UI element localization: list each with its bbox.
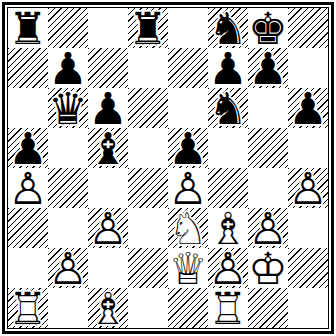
square-f2[interactable]: ♟♙ [208, 248, 248, 288]
square-a7[interactable] [8, 48, 48, 88]
square-h4[interactable]: ♟♙ [288, 168, 328, 208]
square-h5[interactable] [288, 128, 328, 168]
white-bishop-icon: ♗ [88, 289, 128, 329]
white-pawn-icon: ♙ [8, 169, 48, 209]
square-a6[interactable] [8, 88, 48, 128]
square-a3[interactable] [8, 208, 48, 248]
black-pawn-icon: ♟ [288, 89, 328, 129]
black-pawn-icon: ♟ [248, 49, 288, 89]
white-rook-icon: ♖ [8, 289, 48, 329]
square-e4[interactable]: ♟♙ [168, 168, 208, 208]
square-b5[interactable] [48, 128, 88, 168]
square-c4[interactable] [88, 168, 128, 208]
square-f7[interactable]: ♟♟ [208, 48, 248, 88]
square-g7[interactable]: ♟♟ [248, 48, 288, 88]
square-g2[interactable]: ♚♔ [248, 248, 288, 288]
square-e3[interactable]: ♞♘ [168, 208, 208, 248]
piece-white-bishop[interactable]: ♝♗ [88, 289, 128, 329]
square-g5[interactable] [248, 128, 288, 168]
black-queen-icon: ♛ [48, 89, 88, 129]
piece-white-queen[interactable]: ♛♕ [168, 249, 208, 289]
square-b1[interactable] [48, 288, 88, 328]
square-c1[interactable]: ♝♗ [88, 288, 128, 328]
square-b8[interactable] [48, 8, 88, 48]
square-d2[interactable] [128, 248, 168, 288]
square-e6[interactable] [168, 88, 208, 128]
square-c7[interactable] [88, 48, 128, 88]
square-d1[interactable] [128, 288, 168, 328]
chess-diagram: ♜♜♜♜♞♞♚♚♟♟♟♟♟♟♛♛♟♟♞♞♟♟♟♟♝♝♟♟♟♙♟♙♟♙♟♙♞♘♝♗… [0, 0, 336, 336]
square-d3[interactable] [128, 208, 168, 248]
white-queen-icon: ♕ [168, 249, 208, 289]
square-d4[interactable] [128, 168, 168, 208]
white-pawn-icon: ♙ [88, 209, 128, 249]
square-c5[interactable]: ♝♝ [88, 128, 128, 168]
square-e5[interactable]: ♟♟ [168, 128, 208, 168]
square-h6[interactable]: ♟♟ [288, 88, 328, 128]
square-a8[interactable]: ♜♜ [8, 8, 48, 48]
square-f3[interactable]: ♝♗ [208, 208, 248, 248]
square-b3[interactable] [48, 208, 88, 248]
square-c2[interactable] [88, 248, 128, 288]
piece-black-rook[interactable]: ♜♜ [128, 9, 168, 49]
piece-white-pawn[interactable]: ♟♙ [48, 249, 88, 289]
square-g4[interactable] [248, 168, 288, 208]
square-h8[interactable] [288, 8, 328, 48]
square-d6[interactable] [128, 88, 168, 128]
square-a5[interactable]: ♟♟ [8, 128, 48, 168]
square-b7[interactable]: ♟♟ [48, 48, 88, 88]
square-g3[interactable]: ♟♙ [248, 208, 288, 248]
piece-black-rook[interactable]: ♜♜ [8, 9, 48, 49]
square-d8[interactable]: ♜♜ [128, 8, 168, 48]
white-pawn-icon: ♙ [288, 169, 328, 209]
square-f5[interactable] [208, 128, 248, 168]
square-b6[interactable]: ♛♛ [48, 88, 88, 128]
white-pawn-icon: ♙ [48, 249, 88, 289]
square-f1[interactable]: ♜♖ [208, 288, 248, 328]
piece-black-bishop[interactable]: ♝♝ [88, 129, 128, 169]
square-a1[interactable]: ♜♖ [8, 288, 48, 328]
square-g1[interactable] [248, 288, 288, 328]
piece-black-queen[interactable]: ♛♛ [48, 89, 88, 129]
square-b4[interactable] [48, 168, 88, 208]
square-g6[interactable] [248, 88, 288, 128]
square-c6[interactable]: ♟♟ [88, 88, 128, 128]
white-rook-icon: ♖ [208, 289, 248, 329]
square-a2[interactable] [8, 248, 48, 288]
piece-white-pawn[interactable]: ♟♙ [88, 209, 128, 249]
square-f6[interactable]: ♞♞ [208, 88, 248, 128]
square-a4[interactable]: ♟♙ [8, 168, 48, 208]
piece-black-knight[interactable]: ♞♞ [208, 89, 248, 129]
board-frame: ♜♜♜♜♞♞♚♚♟♟♟♟♟♟♛♛♟♟♞♞♟♟♟♟♝♝♟♟♟♙♟♙♟♙♟♙♞♘♝♗… [2, 2, 334, 334]
piece-white-king[interactable]: ♚♔ [248, 249, 288, 289]
chess-board: ♜♜♜♜♞♞♚♚♟♟♟♟♟♟♛♛♟♟♞♞♟♟♟♟♝♝♟♟♟♙♟♙♟♙♟♙♞♘♝♗… [8, 8, 328, 328]
black-rook-icon: ♜ [128, 9, 168, 49]
piece-white-pawn[interactable]: ♟♙ [288, 169, 328, 209]
square-e8[interactable] [168, 8, 208, 48]
square-d5[interactable] [128, 128, 168, 168]
square-h1[interactable] [288, 288, 328, 328]
square-e1[interactable] [168, 288, 208, 328]
square-g8[interactable]: ♚♚ [248, 8, 288, 48]
square-h2[interactable] [288, 248, 328, 288]
piece-white-rook[interactable]: ♜♖ [8, 289, 48, 329]
black-rook-icon: ♜ [8, 9, 48, 49]
square-h3[interactable] [288, 208, 328, 248]
piece-white-pawn[interactable]: ♟♙ [8, 169, 48, 209]
square-e2[interactable]: ♛♕ [168, 248, 208, 288]
square-e7[interactable] [168, 48, 208, 88]
black-knight-icon: ♞ [208, 89, 248, 129]
piece-white-rook[interactable]: ♜♖ [208, 289, 248, 329]
square-c8[interactable] [88, 8, 128, 48]
square-h7[interactable] [288, 48, 328, 88]
piece-black-pawn[interactable]: ♟♟ [288, 89, 328, 129]
square-f8[interactable]: ♞♞ [208, 8, 248, 48]
square-c3[interactable]: ♟♙ [88, 208, 128, 248]
square-d7[interactable] [128, 48, 168, 88]
board-inner-border: ♜♜♜♜♞♞♚♚♟♟♟♟♟♟♛♛♟♟♞♞♟♟♟♟♝♝♟♟♟♙♟♙♟♙♟♙♞♘♝♗… [7, 7, 329, 329]
piece-black-pawn[interactable]: ♟♟ [248, 49, 288, 89]
square-b2[interactable]: ♟♙ [48, 248, 88, 288]
black-bishop-icon: ♝ [88, 129, 128, 169]
square-f4[interactable] [208, 168, 248, 208]
white-king-icon: ♔ [248, 249, 288, 289]
